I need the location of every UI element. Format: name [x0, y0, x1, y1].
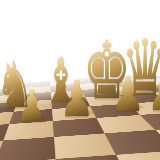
piece-white-pawn-f4[interactable]: ♟: [111, 70, 145, 118]
piece-white-pawn-h4[interactable]: ♟: [147, 69, 160, 117]
pieces-layer: ♛♚♝♞♟♟♟♟: [0, 0, 160, 160]
piece-white-pawn-d4[interactable]: ♟: [60, 74, 95, 124]
product-photo-canvas: ♛♚♝♞♟♟♟♟: [0, 0, 160, 160]
piece-white-pawn-c4[interactable]: ♟: [17, 84, 48, 128]
